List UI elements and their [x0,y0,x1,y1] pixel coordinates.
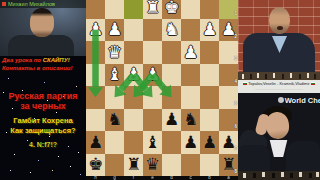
blurred-pieces [243,173,246,178]
board-file-labels: hgfedcba [86,176,238,180]
player-photo-bottom: World Che [238,93,320,180]
flag-icon [311,82,315,85]
move-arrows [86,0,238,176]
broadcast-caption: Topalov,Veselin - Kramnik,Vladimir ·····… [238,80,320,93]
file-label: b [200,176,219,180]
streamer-head [30,8,54,37]
file-label: e [143,176,162,180]
promo-line1-prefix: Два урока по [2,57,43,63]
player-photo-top: Topalov,Veselin - Kramnik,Vladimir ·····… [238,0,320,93]
file-label: h [86,176,105,180]
title-line-3: Гамбит Кохрена [0,116,86,125]
file-label: c [181,176,200,180]
streamer-torso [8,35,74,56]
watermark-logo-icon [278,97,284,103]
name-badge-icon [2,2,6,6]
chess-board: ♜♚♟♟♞♟♟♛♟♝♟♟♞♟♞♟♝♟♟♟♚♜♛♜12345678 [86,0,238,176]
title-line-2: за черных [0,101,86,111]
file-label: g [105,176,124,180]
streamer-name: Михаил Михайлов [8,1,55,7]
player-top-mouth [277,26,283,30]
video-thumbnail: Михаил Михайлов Два урока по СКАЙПУ! Кон… [0,0,320,180]
caption-event: ···································· [238,87,320,92]
promo-line2: Контакты в описании! [2,65,73,71]
watermark-text: World Che [285,96,320,105]
blurred-chessboard [238,171,320,180]
file-label: d [162,176,181,180]
table-pieces [242,74,244,79]
file-label: a [219,176,238,180]
streamer-name-bar: Михаил Михайлов [0,0,86,8]
title-line-1: Русская партия [0,91,86,101]
flag-icon [243,82,247,85]
promo-line1-highlight: СКАЙПУ! [43,57,70,63]
watermark: World Che [278,96,320,105]
webcam-frame: Михаил Михайлов [0,0,86,56]
title-line-5-move: 4. N:f7!? [0,141,86,148]
file-label: f [124,176,143,180]
caption-players: Topalov,Veselin - Kramnik,Vladimir [248,81,309,86]
title-line-4: Как защищаться? [0,126,86,135]
promo-text: Два урока по СКАЙПУ! Контакты в описании… [0,56,86,72]
